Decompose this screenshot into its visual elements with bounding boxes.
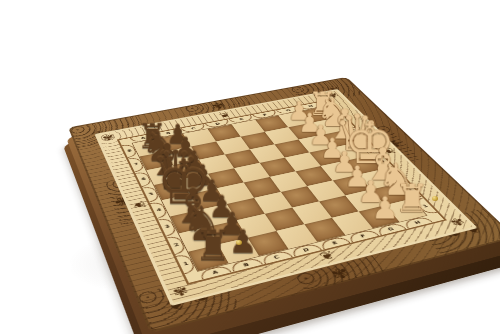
brass-pin	[236, 240, 242, 245]
white-rook: ♜	[395, 181, 430, 218]
rosette-icon: ✾	[448, 217, 469, 229]
square-h2: ♟	[359, 205, 400, 228]
rosette-icon: ✾	[111, 195, 136, 208]
coordinate-labels: ABCDEFGH ABCDEFGH 87654321 87654321 ♜♟♟♜…	[119, 100, 444, 283]
background: { "scene": { "background": "#ffffff", "d…	[0, 0, 500, 334]
corner-medallion: ✾	[448, 217, 469, 229]
chess-board: ❦ ❧ ❧ ❦ ❦ ❧ ❧ ❦ ✾ ✾ ✾	[68, 77, 500, 333]
white-pawn: ♟	[372, 195, 399, 224]
rosette-icon: ✾	[327, 264, 354, 283]
square-e3	[296, 166, 333, 186]
black-rook: ♜	[194, 226, 231, 266]
product-photo-scene: ❦ ❧ ❧ ❦ ❦ ❧ ❧ ❦ ✾ ✾ ✾	[0, 0, 500, 334]
black-pawn: ♟	[229, 228, 258, 258]
brass-pin	[432, 196, 438, 201]
playing-field-frame: ABCDEFGH ABCDEFGH 87654321 87654321 ♜♟♟♜…	[117, 99, 447, 285]
file-label-d: D	[290, 243, 322, 257]
